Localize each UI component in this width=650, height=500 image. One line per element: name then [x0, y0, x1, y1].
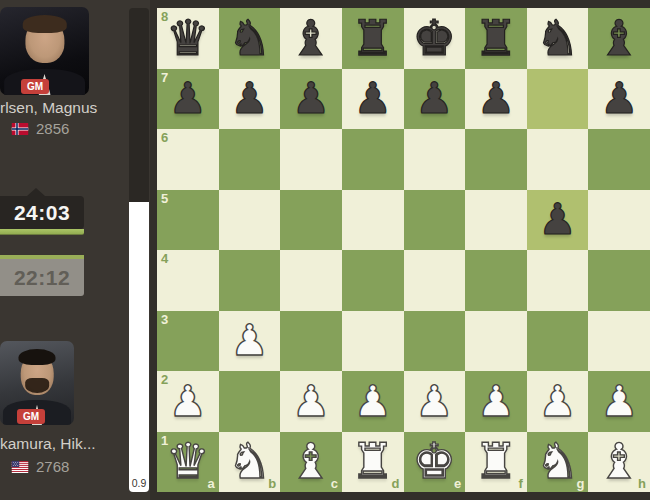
- white-pawn[interactable]: ♟: [169, 380, 208, 423]
- black-king[interactable]: ♚: [412, 14, 456, 63]
- square-f7[interactable]: ♟: [465, 69, 527, 130]
- square-c6[interactable]: [280, 129, 342, 190]
- file-label-e: e: [454, 477, 461, 490]
- square-e5[interactable]: [404, 190, 466, 251]
- square-a6[interactable]: 6: [157, 129, 219, 190]
- clock-top-progress-bar: [0, 229, 84, 235]
- player-rating-row-bottom: 2768: [11, 458, 69, 475]
- white-pawn[interactable]: ♟: [292, 380, 331, 423]
- file-label-h: h: [638, 477, 646, 490]
- square-c3[interactable]: [280, 311, 342, 372]
- square-b7[interactable]: ♟: [219, 69, 281, 130]
- square-e3[interactable]: [404, 311, 466, 372]
- black-bishop[interactable]: ♝: [289, 14, 333, 63]
- square-h5[interactable]: [588, 190, 650, 251]
- square-a5[interactable]: 5: [157, 190, 219, 251]
- black-pawn[interactable]: ♟: [169, 77, 208, 120]
- active-clock-notch: [27, 188, 45, 196]
- black-pawn[interactable]: ♟: [600, 77, 639, 120]
- square-b6[interactable]: [219, 129, 281, 190]
- portrait-hair: [22, 15, 67, 33]
- square-g5[interactable]: ♟: [527, 190, 589, 251]
- white-pawn[interactable]: ♟: [230, 319, 269, 362]
- square-f8[interactable]: ♜: [465, 8, 527, 69]
- square-h4[interactable]: [588, 250, 650, 311]
- rank-label-5: 5: [161, 192, 168, 205]
- white-pawn[interactable]: ♟: [538, 380, 577, 423]
- square-d1[interactable]: d♜: [342, 432, 404, 493]
- square-a8[interactable]: 8♛: [157, 8, 219, 69]
- chess-broadcast-window: GM rlsen, Magnus 2856 24:03 22:12 GM kam…: [0, 0, 650, 500]
- square-e7[interactable]: ♟: [404, 69, 466, 130]
- rank-label-7: 7: [161, 71, 168, 84]
- square-a1[interactable]: 1a♛: [157, 432, 219, 493]
- square-h6[interactable]: [588, 129, 650, 190]
- square-d3[interactable]: [342, 311, 404, 372]
- rank-label-6: 6: [161, 131, 168, 144]
- square-b4[interactable]: [219, 250, 281, 311]
- file-label-f: f: [518, 477, 522, 490]
- square-e8[interactable]: ♚: [404, 8, 466, 69]
- player-rating-row-top: 2856: [11, 120, 69, 137]
- black-knight[interactable]: ♞: [227, 14, 271, 63]
- file-label-b: b: [268, 477, 276, 490]
- black-pawn[interactable]: ♟: [230, 77, 269, 120]
- black-pawn[interactable]: ♟: [538, 198, 577, 241]
- rank-label-4: 4: [161, 252, 168, 265]
- square-e2[interactable]: ♟: [404, 371, 466, 432]
- white-pawn[interactable]: ♟: [415, 380, 454, 423]
- gm-title-badge-bottom: GM: [17, 409, 45, 424]
- square-g2[interactable]: ♟: [527, 371, 589, 432]
- square-b1[interactable]: b♞: [219, 432, 281, 493]
- square-c4[interactable]: [280, 250, 342, 311]
- player-name-bottom: kamura, Hik...: [0, 435, 96, 453]
- usa-flag-icon: [11, 461, 29, 473]
- norway-flag-icon: [11, 123, 29, 135]
- white-bishop[interactable]: ♝: [289, 437, 333, 486]
- eval-bar: 0.9: [129, 8, 149, 492]
- portrait-beard: [25, 378, 49, 393]
- file-label-d: d: [392, 477, 400, 490]
- square-d6[interactable]: [342, 129, 404, 190]
- file-label-c: c: [331, 477, 338, 490]
- square-c7[interactable]: ♟: [280, 69, 342, 130]
- square-f3[interactable]: [465, 311, 527, 372]
- square-d7[interactable]: ♟: [342, 69, 404, 130]
- square-d4[interactable]: [342, 250, 404, 311]
- square-b8[interactable]: ♞: [219, 8, 281, 69]
- square-f4[interactable]: [465, 250, 527, 311]
- white-pawn[interactable]: ♟: [477, 380, 516, 423]
- white-queen[interactable]: ♛: [166, 437, 210, 486]
- square-f2[interactable]: ♟: [465, 371, 527, 432]
- square-b2[interactable]: [219, 371, 281, 432]
- square-h1[interactable]: h♝: [588, 432, 650, 493]
- square-c5[interactable]: [280, 190, 342, 251]
- rank-label-2: 2: [161, 373, 168, 386]
- square-f1[interactable]: f♜: [465, 432, 527, 493]
- eval-value: 0.9: [129, 477, 149, 489]
- player-photo-bottom: GM: [0, 341, 74, 425]
- rank-label-8: 8: [161, 10, 168, 23]
- white-rook[interactable]: ♜: [351, 437, 395, 486]
- black-pawn[interactable]: ♟: [477, 77, 516, 120]
- black-pawn[interactable]: ♟: [292, 77, 331, 120]
- square-e6[interactable]: [404, 129, 466, 190]
- square-h8[interactable]: ♝: [588, 8, 650, 69]
- white-rook[interactable]: ♜: [474, 437, 518, 486]
- black-knight[interactable]: ♞: [536, 14, 580, 63]
- square-e1[interactable]: e♚: [404, 432, 466, 493]
- square-d8[interactable]: ♜: [342, 8, 404, 69]
- player-rating-bottom: 2768: [36, 458, 69, 475]
- square-g4[interactable]: [527, 250, 589, 311]
- square-a3[interactable]: 3: [157, 311, 219, 372]
- rank-label-3: 3: [161, 313, 168, 326]
- white-bishop[interactable]: ♝: [597, 437, 641, 486]
- black-rook[interactable]: ♜: [351, 14, 395, 63]
- square-a7[interactable]: 7♟: [157, 69, 219, 130]
- chess-board[interactable]: 8♛♞♝♜♚♜♞♝7♟♟♟♟♟♟♟65♟43♟2♟♟♟♟♟♟♟1a♛b♞c♝d♜…: [157, 8, 650, 492]
- square-f6[interactable]: [465, 129, 527, 190]
- square-c2[interactable]: ♟: [280, 371, 342, 432]
- square-g7[interactable]: [527, 69, 589, 130]
- rank-label-1: 1: [161, 434, 168, 447]
- square-h3[interactable]: [588, 311, 650, 372]
- square-g3[interactable]: [527, 311, 589, 372]
- black-queen[interactable]: ♛: [166, 14, 210, 63]
- square-b5[interactable]: [219, 190, 281, 251]
- player-rating-top: 2856: [36, 120, 69, 137]
- square-b3[interactable]: ♟: [219, 311, 281, 372]
- square-d5[interactable]: [342, 190, 404, 251]
- square-c8[interactable]: ♝: [280, 8, 342, 69]
- square-g1[interactable]: g♞: [527, 432, 589, 493]
- black-bishop[interactable]: ♝: [597, 14, 641, 63]
- gm-title-badge-top: GM: [21, 79, 49, 94]
- white-knight[interactable]: ♞: [227, 437, 271, 486]
- clock-bottom: 22:12: [0, 255, 84, 296]
- white-knight[interactable]: ♞: [536, 437, 580, 486]
- square-h2[interactable]: ♟: [588, 371, 650, 432]
- player-photo-top: GM: [0, 7, 89, 95]
- file-label-g: g: [576, 477, 584, 490]
- square-g8[interactable]: ♞: [527, 8, 589, 69]
- square-c1[interactable]: c♝: [280, 432, 342, 493]
- white-king[interactable]: ♚: [412, 437, 456, 486]
- eval-bar-white-portion: 0.9: [129, 202, 149, 492]
- square-a4[interactable]: 4: [157, 250, 219, 311]
- white-pawn[interactable]: ♟: [353, 380, 392, 423]
- square-f5[interactable]: [465, 190, 527, 251]
- portrait-hair: [19, 349, 56, 366]
- file-label-a: a: [207, 477, 214, 490]
- player-name-top: rlsen, Magnus: [0, 99, 97, 117]
- black-rook[interactable]: ♜: [474, 14, 518, 63]
- square-g6[interactable]: [527, 129, 589, 190]
- square-d2[interactable]: ♟: [342, 371, 404, 432]
- square-e4[interactable]: [404, 250, 466, 311]
- white-pawn[interactable]: ♟: [600, 380, 639, 423]
- clock-top: 24:03: [0, 196, 84, 229]
- black-pawn[interactable]: ♟: [415, 77, 454, 120]
- square-h7[interactable]: ♟: [588, 69, 650, 130]
- square-a2[interactable]: 2♟: [157, 371, 219, 432]
- black-pawn[interactable]: ♟: [353, 77, 392, 120]
